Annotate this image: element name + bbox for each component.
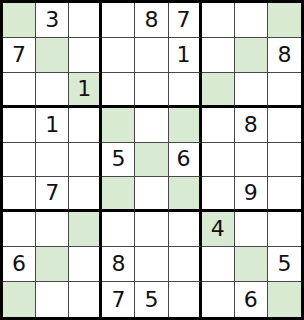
cell-r3c8[interactable] — [235, 73, 268, 108]
cell-r6c1[interactable] — [3, 177, 36, 212]
cell-r4c8[interactable]: 8 — [235, 108, 268, 143]
sudoku-puzzle: 38771811856794685756 — [0, 0, 304, 320]
cell-r1c3[interactable] — [69, 3, 102, 38]
cell-r8c4[interactable]: 8 — [102, 247, 135, 282]
cell-r2c3[interactable] — [69, 38, 102, 73]
cell-r9c1[interactable] — [3, 282, 36, 317]
cell-r2c2[interactable] — [36, 38, 69, 73]
cell-r8c3[interactable] — [69, 247, 102, 282]
cell-r9c7[interactable] — [202, 282, 235, 317]
cell-r4c4[interactable] — [102, 108, 135, 143]
cell-r8c8[interactable] — [235, 247, 268, 282]
cell-r3c1[interactable] — [3, 73, 36, 108]
cell-r7c4[interactable] — [102, 212, 135, 247]
cell-r8c7[interactable] — [202, 247, 235, 282]
cell-r6c5[interactable] — [135, 177, 168, 212]
cell-r6c9[interactable] — [268, 177, 301, 212]
cell-r5c8[interactable] — [235, 143, 268, 178]
cell-r8c1[interactable]: 6 — [3, 247, 36, 282]
cell-r4c1[interactable] — [3, 108, 36, 143]
cell-r6c2[interactable]: 7 — [36, 177, 69, 212]
cell-r1c9[interactable] — [268, 3, 301, 38]
cell-r9c6[interactable] — [169, 282, 202, 317]
cell-r5c3[interactable] — [69, 143, 102, 178]
cell-r6c8[interactable]: 9 — [235, 177, 268, 212]
cell-r4c7[interactable] — [202, 108, 235, 143]
cell-r3c6[interactable] — [169, 73, 202, 108]
cell-r5c7[interactable] — [202, 143, 235, 178]
cell-r2c5[interactable] — [135, 38, 168, 73]
cell-r5c6[interactable]: 6 — [169, 143, 202, 178]
cell-r1c1[interactable] — [3, 3, 36, 38]
cell-r4c3[interactable] — [69, 108, 102, 143]
cell-r8c2[interactable] — [36, 247, 69, 282]
cell-r9c8[interactable]: 6 — [235, 282, 268, 317]
cell-r5c5[interactable] — [135, 143, 168, 178]
cell-r8c6[interactable] — [169, 247, 202, 282]
cell-r1c2[interactable]: 3 — [36, 3, 69, 38]
cell-r5c2[interactable] — [36, 143, 69, 178]
cell-r1c7[interactable] — [202, 3, 235, 38]
cell-r3c3[interactable]: 1 — [69, 73, 102, 108]
cell-r8c9[interactable]: 5 — [268, 247, 301, 282]
cell-r3c7[interactable] — [202, 73, 235, 108]
cell-r6c3[interactable] — [69, 177, 102, 212]
cell-r7c3[interactable] — [69, 212, 102, 247]
cell-r1c4[interactable] — [102, 3, 135, 38]
cell-r1c5[interactable]: 8 — [135, 3, 168, 38]
cell-r3c4[interactable] — [102, 73, 135, 108]
cell-r2c8[interactable] — [235, 38, 268, 73]
cell-r7c9[interactable] — [268, 212, 301, 247]
cell-r7c8[interactable] — [235, 212, 268, 247]
cell-r6c4[interactable] — [102, 177, 135, 212]
cell-r9c9[interactable] — [268, 282, 301, 317]
cell-r4c2[interactable]: 1 — [36, 108, 69, 143]
cell-r1c8[interactable] — [235, 3, 268, 38]
cell-r2c1[interactable]: 7 — [3, 38, 36, 73]
cell-r7c2[interactable] — [36, 212, 69, 247]
cell-r9c3[interactable] — [69, 282, 102, 317]
cell-r7c6[interactable] — [169, 212, 202, 247]
cell-r6c6[interactable] — [169, 177, 202, 212]
sudoku-board: 38771811856794685756 — [0, 0, 304, 320]
cell-r9c5[interactable]: 5 — [135, 282, 168, 317]
cell-r3c2[interactable] — [36, 73, 69, 108]
cell-r5c4[interactable]: 5 — [102, 143, 135, 178]
cell-r5c1[interactable] — [3, 143, 36, 178]
cell-r8c5[interactable] — [135, 247, 168, 282]
cell-r2c4[interactable] — [102, 38, 135, 73]
cell-r9c4[interactable]: 7 — [102, 282, 135, 317]
cell-r2c6[interactable]: 1 — [169, 38, 202, 73]
cell-r9c2[interactable] — [36, 282, 69, 317]
cell-r7c1[interactable] — [3, 212, 36, 247]
cell-r2c7[interactable] — [202, 38, 235, 73]
cell-r6c7[interactable] — [202, 177, 235, 212]
cell-r4c6[interactable] — [169, 108, 202, 143]
cell-r7c5[interactable] — [135, 212, 168, 247]
cell-r4c9[interactable] — [268, 108, 301, 143]
cell-r5c9[interactable] — [268, 143, 301, 178]
cell-r7c7[interactable]: 4 — [202, 212, 235, 247]
cell-r4c5[interactable] — [135, 108, 168, 143]
cell-r3c9[interactable] — [268, 73, 301, 108]
cell-r2c9[interactable]: 8 — [268, 38, 301, 73]
cell-r1c6[interactable]: 7 — [169, 3, 202, 38]
cell-r3c5[interactable] — [135, 73, 168, 108]
